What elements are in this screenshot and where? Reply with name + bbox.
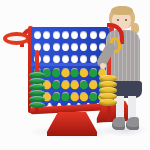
cell-r1c5[interactable] bbox=[70, 29, 79, 41]
cell-r5c4[interactable]: ● bbox=[61, 78, 70, 90]
hole bbox=[71, 43, 78, 51]
child-floor-shadow bbox=[102, 123, 148, 137]
cell-r1c4[interactable] bbox=[61, 29, 70, 41]
cell-r4c5[interactable]: ● bbox=[70, 66, 79, 78]
hole bbox=[34, 31, 41, 39]
cell-r2c5[interactable] bbox=[70, 41, 79, 53]
cell-r1c2[interactable] bbox=[42, 29, 51, 41]
product-photo: ●●●●●●●●●●●●●●●●●●●●●●●● bbox=[0, 0, 150, 150]
toss-ring-icon bbox=[29, 102, 45, 108]
cell-r6c7[interactable]: ● bbox=[89, 90, 98, 102]
yellow-disc: ● bbox=[70, 78, 80, 89]
child-fringe bbox=[111, 6, 133, 15]
hole bbox=[99, 31, 106, 39]
basketball-hoop-icon bbox=[3, 32, 30, 45]
cell-r2c2[interactable] bbox=[42, 41, 51, 53]
green-disc: ● bbox=[70, 66, 80, 77]
cell-r5c5[interactable]: ● bbox=[70, 78, 79, 90]
hole bbox=[80, 43, 87, 51]
cell-r6c3[interactable]: ● bbox=[52, 90, 61, 102]
hole bbox=[62, 43, 69, 51]
hole bbox=[71, 31, 78, 39]
hole bbox=[53, 43, 60, 51]
cell-r4c4[interactable]: ● bbox=[61, 66, 70, 78]
green-disc: ● bbox=[51, 90, 61, 101]
cell-r1c7[interactable] bbox=[89, 29, 98, 41]
yellow-disc: ● bbox=[79, 66, 89, 77]
green-disc: ● bbox=[61, 90, 71, 101]
child-eye bbox=[117, 19, 119, 21]
toss-ring-icon bbox=[99, 99, 117, 106]
cell-r2c7[interactable] bbox=[89, 41, 98, 53]
hole bbox=[43, 43, 50, 51]
cell-r6c4[interactable]: ● bbox=[61, 90, 70, 102]
yellow-disc: ● bbox=[61, 66, 71, 77]
hole bbox=[53, 31, 60, 39]
ring-stack-left bbox=[29, 72, 45, 112]
cell-r6c5[interactable]: ● bbox=[70, 90, 79, 102]
child-boot bbox=[126, 117, 139, 130]
child-leg bbox=[128, 96, 136, 119]
yellow-disc: ● bbox=[61, 78, 71, 89]
green-disc: ● bbox=[51, 78, 61, 89]
cell-r6c6[interactable]: ● bbox=[79, 90, 88, 102]
yellow-disc: ● bbox=[79, 90, 89, 101]
child-leg bbox=[116, 96, 124, 119]
cell-r2c6[interactable] bbox=[79, 41, 88, 53]
cell-r1c3[interactable] bbox=[52, 29, 61, 41]
green-disc: ● bbox=[88, 66, 98, 77]
cell-r5c3[interactable]: ● bbox=[52, 78, 61, 90]
cell-r1c1[interactable] bbox=[33, 29, 42, 41]
cell-r2c4[interactable] bbox=[61, 41, 70, 53]
base-foot-left bbox=[47, 112, 97, 136]
cell-r4c3[interactable]: ● bbox=[52, 66, 61, 78]
cell-r4c7[interactable]: ● bbox=[89, 66, 98, 78]
hole bbox=[43, 31, 50, 39]
cell-r2c3[interactable] bbox=[52, 41, 61, 53]
green-disc: ● bbox=[79, 78, 89, 89]
yellow-disc: ● bbox=[88, 78, 98, 89]
hole bbox=[62, 31, 69, 39]
cell-r1c6[interactable] bbox=[79, 29, 88, 41]
yellow-disc: ● bbox=[70, 90, 80, 101]
hole bbox=[90, 31, 97, 39]
child-eye bbox=[125, 19, 127, 21]
hole bbox=[80, 31, 87, 39]
cell-r5c6[interactable]: ● bbox=[79, 78, 88, 90]
child-boot bbox=[112, 117, 125, 130]
green-disc: ● bbox=[51, 66, 61, 77]
cell-r5c7[interactable]: ● bbox=[89, 78, 98, 90]
child-hand bbox=[100, 63, 106, 69]
hole bbox=[90, 43, 97, 51]
green-disc: ● bbox=[88, 90, 98, 101]
cell-r4c6[interactable]: ● bbox=[79, 66, 88, 78]
ring-stack-right bbox=[99, 75, 117, 109]
